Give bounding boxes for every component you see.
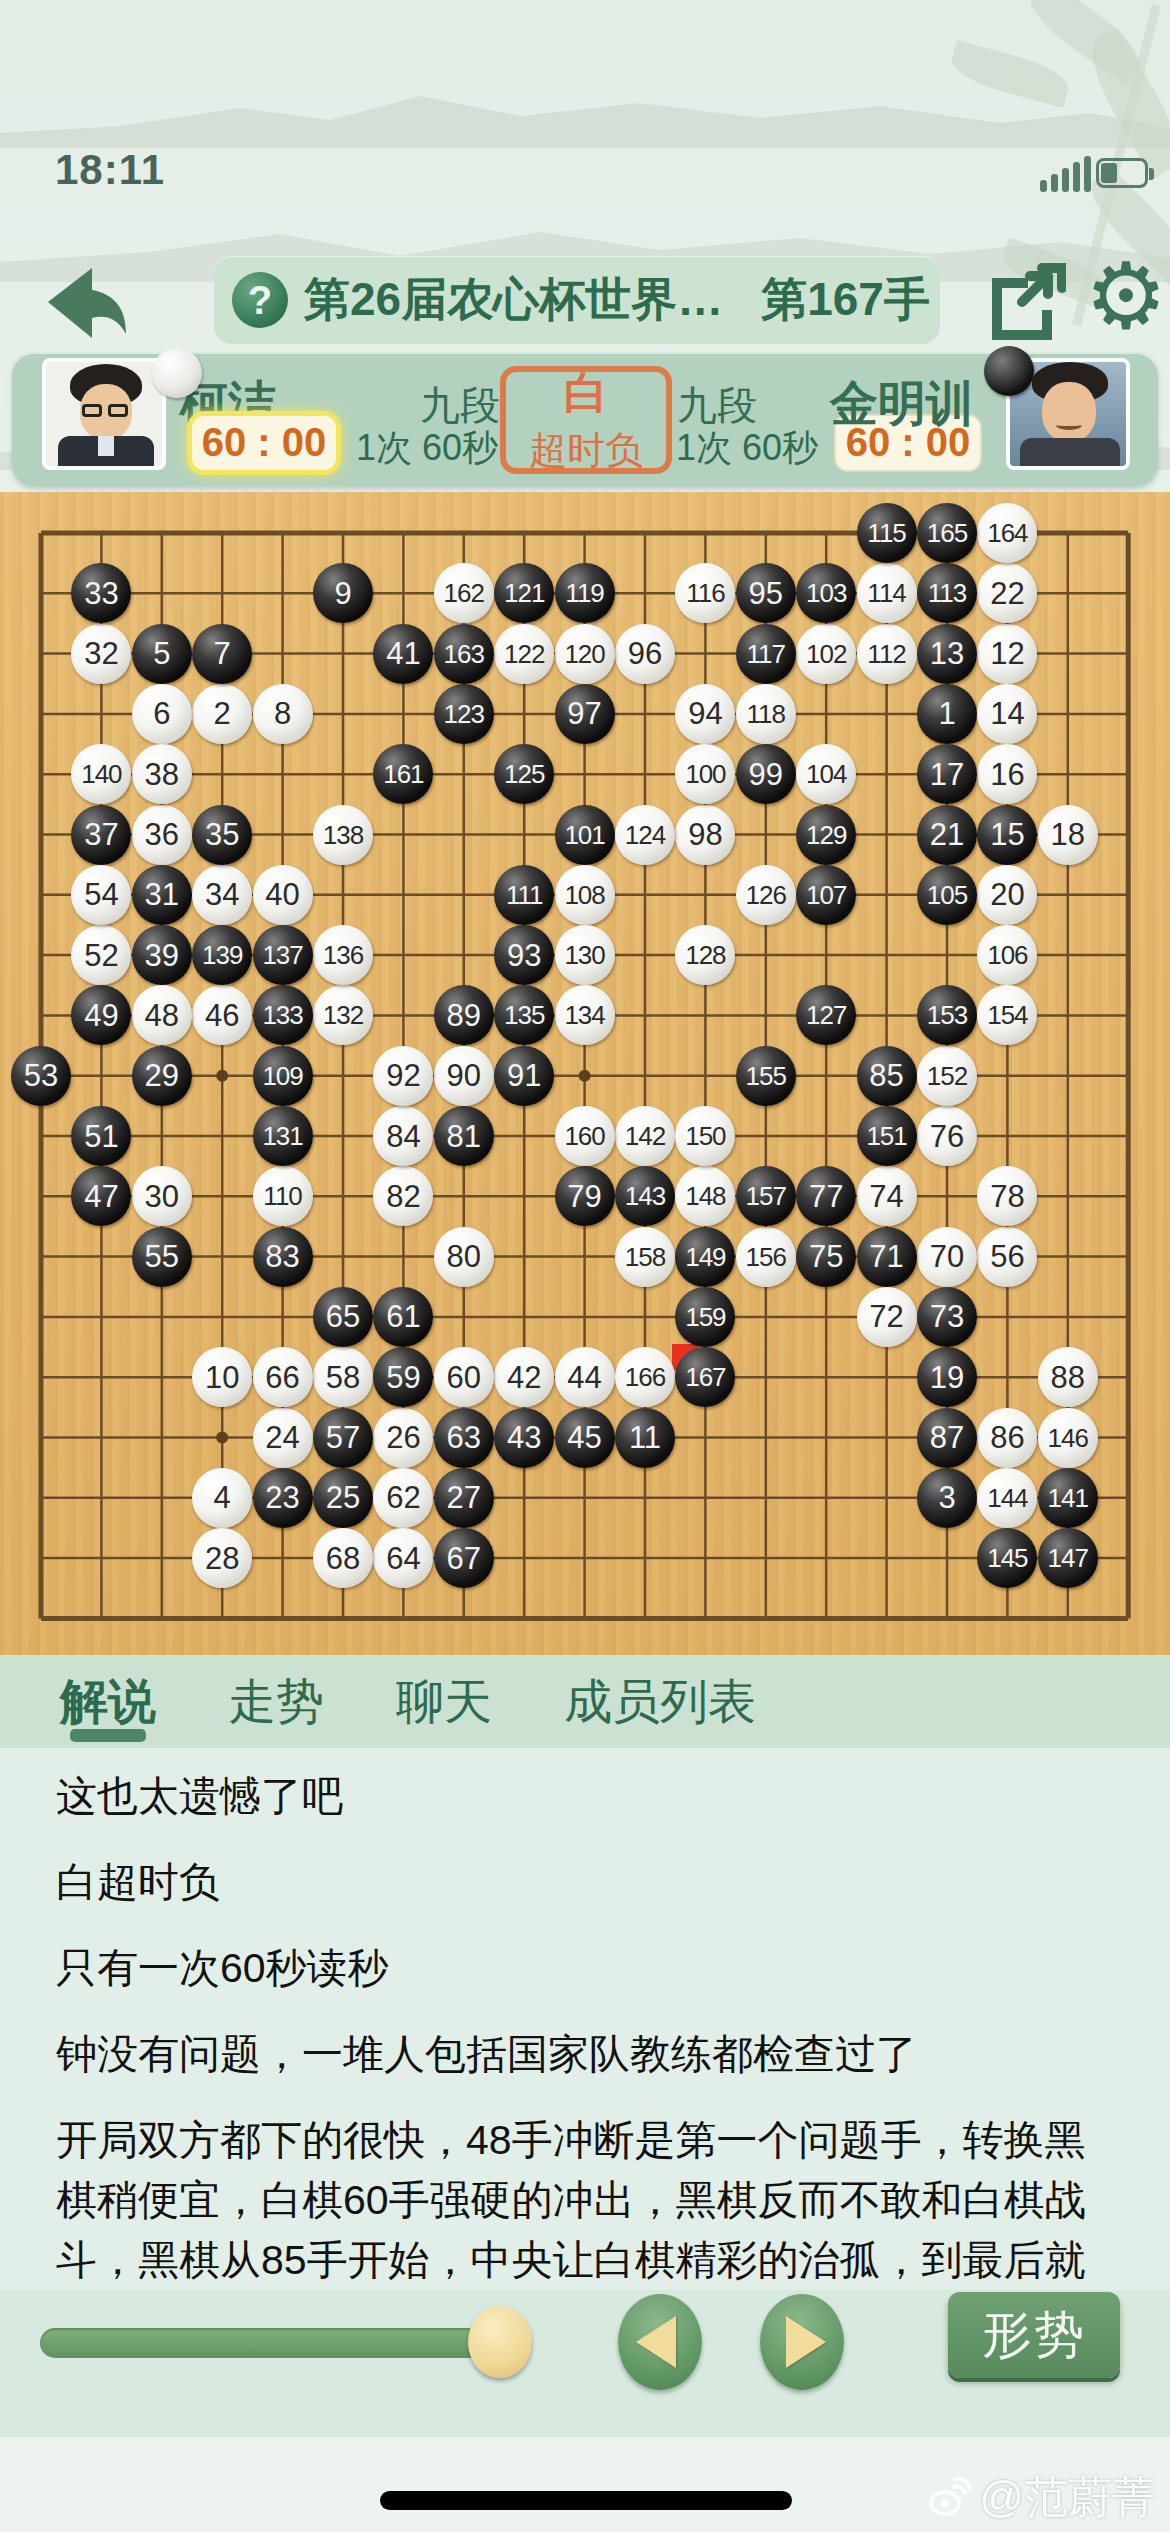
white-stone-142: 142 — [615, 1106, 675, 1166]
white-stone-122: 122 — [494, 624, 554, 684]
black-stone-63: 63 — [434, 1408, 494, 1468]
white-stone-badge — [152, 348, 202, 398]
black-stone-119: 119 — [555, 563, 615, 623]
black-stone-51: 51 — [71, 1106, 131, 1166]
game-title-pill[interactable]: ? 第26届农心杯世界… 第167手 — [214, 256, 940, 344]
black-stone-143: 143 — [615, 1166, 675, 1226]
tab-bar: 解说走势聊天成员列表 — [0, 1655, 1170, 1748]
status-time: 18:11 — [55, 146, 165, 194]
black-stone-3: 3 — [917, 1468, 977, 1528]
white-stone-58: 58 — [313, 1347, 373, 1407]
white-stone-102: 102 — [796, 624, 856, 684]
white-stone-24: 24 — [253, 1408, 313, 1468]
white-stone-44: 44 — [555, 1347, 615, 1407]
white-stone-164: 164 — [977, 503, 1037, 563]
black-stone-147: 147 — [1038, 1528, 1098, 1588]
white-stone-96: 96 — [615, 624, 675, 684]
black-stone-27: 27 — [434, 1468, 494, 1528]
black-stone-37: 37 — [71, 805, 131, 865]
black-stone-141: 141 — [1038, 1468, 1098, 1528]
black-stone-155: 155 — [736, 1046, 796, 1106]
black-stone-131: 131 — [253, 1106, 313, 1166]
black-stone-117: 117 — [736, 624, 796, 684]
black-stone-25: 25 — [313, 1468, 373, 1528]
black-stone-75: 75 — [796, 1227, 856, 1287]
white-stone-26: 26 — [373, 1408, 433, 1468]
white-stone-126: 126 — [736, 865, 796, 925]
weibo-icon — [925, 2475, 971, 2521]
black-stone-105: 105 — [917, 865, 977, 925]
black-stone-53: 53 — [11, 1046, 71, 1106]
white-stone-54: 54 — [71, 865, 131, 925]
white-stone-118: 118 — [736, 684, 796, 744]
black-stone-43: 43 — [494, 1408, 554, 1468]
white-stone-62: 62 — [373, 1468, 433, 1528]
black-stone-99: 99 — [736, 744, 796, 804]
white-stone-86: 86 — [977, 1408, 1037, 1468]
white-stone-40: 40 — [253, 865, 313, 925]
white-stone-130: 130 — [555, 925, 615, 985]
black-stone-1: 1 — [917, 684, 977, 744]
white-stone-10: 10 — [192, 1347, 252, 1407]
white-stone-60: 60 — [434, 1347, 494, 1407]
white-stone-146: 146 — [1038, 1408, 1098, 1468]
white-stone-12: 12 — [977, 624, 1037, 684]
go-board[interactable]: 1234567891011121314151617181920212223242… — [0, 492, 1170, 1655]
black-stone-157: 157 — [736, 1166, 796, 1226]
white-stone-90: 90 — [434, 1046, 494, 1106]
black-stone-67: 67 — [434, 1528, 494, 1588]
white-stone-36: 36 — [132, 805, 192, 865]
result-color: 白 — [564, 364, 608, 423]
white-stone-112: 112 — [857, 624, 917, 684]
white-stone-114: 114 — [857, 563, 917, 623]
black-stone-73: 73 — [917, 1287, 977, 1347]
white-stone-110: 110 — [253, 1166, 313, 1226]
watermark-text: @范蔚菁 — [979, 2468, 1156, 2527]
white-stone-88: 88 — [1038, 1347, 1098, 1407]
white-stone-108: 108 — [555, 865, 615, 925]
white-stone-32: 32 — [71, 624, 131, 684]
white-stone-4: 4 — [192, 1468, 252, 1528]
black-stone-85: 85 — [857, 1046, 917, 1106]
black-stone-123: 123 — [434, 684, 494, 744]
game-title: 第26届农心杯世界… — [304, 269, 723, 331]
controls-bar: 形势 — [0, 2290, 1170, 2437]
black-stone-133: 133 — [253, 985, 313, 1045]
black-stone-57: 57 — [313, 1408, 373, 1468]
byoyomi-right: 1次 60秒 — [676, 424, 818, 473]
white-stone-98: 98 — [675, 805, 735, 865]
black-stone-95: 95 — [736, 563, 796, 623]
black-stone-41: 41 — [373, 624, 433, 684]
comment-message: 开局双方都下的很快，48手冲断是第一个问题手，转换黑棋稍便宜，白棋60手强硬的冲… — [56, 2110, 1114, 2290]
black-stone-31: 31 — [132, 865, 192, 925]
black-stone-115: 115 — [857, 503, 917, 563]
white-stone-74: 74 — [857, 1166, 917, 1226]
black-stone-23: 23 — [253, 1468, 313, 1528]
black-stone-107: 107 — [796, 865, 856, 925]
back-button[interactable] — [34, 262, 130, 346]
bamboo-leaf-decor — [1020, 0, 1151, 85]
result-box: 白 超时负 — [500, 366, 672, 474]
black-stone-89: 89 — [434, 985, 494, 1045]
bamboo-leaf-decor — [1078, 27, 1170, 180]
white-stone-132: 132 — [313, 985, 373, 1045]
white-stone-124: 124 — [615, 805, 675, 865]
help-icon[interactable]: ? — [232, 272, 288, 328]
black-stone-17: 17 — [917, 744, 977, 804]
black-stone-165: 165 — [917, 503, 977, 563]
star-point — [579, 1070, 591, 1082]
black-stone-139: 139 — [192, 925, 252, 985]
clock-left: 60 : 00 — [192, 416, 336, 470]
comment-message: 只有一次60秒读秒 — [56, 1938, 1114, 1998]
comment-message: 白超时负 — [56, 1852, 1114, 1912]
comment-message: 钟没有问题，一堆人包括国家队教练都检查过了 — [56, 2024, 1114, 2084]
black-stone-19: 19 — [917, 1347, 977, 1407]
settings-gear-icon[interactable]: ⚙ — [1080, 250, 1170, 342]
white-stone-92: 92 — [373, 1046, 433, 1106]
black-stone-93: 93 — [494, 925, 554, 985]
tab-成员列表[interactable]: 成员列表 — [564, 1655, 756, 1748]
black-stone-21: 21 — [917, 805, 977, 865]
black-stone-61: 61 — [373, 1287, 433, 1347]
black-stone-79: 79 — [555, 1166, 615, 1226]
white-stone-30: 30 — [132, 1166, 192, 1226]
black-stone-39: 39 — [132, 925, 192, 985]
result-text: 超时负 — [529, 425, 643, 476]
white-stone-48: 48 — [132, 985, 192, 1045]
tab-聊天[interactable]: 聊天 — [396, 1655, 492, 1748]
player-name-right: 金明训 — [830, 372, 974, 436]
white-stone-72: 72 — [857, 1287, 917, 1347]
black-stone-109: 109 — [253, 1046, 313, 1106]
white-stone-104: 104 — [796, 744, 856, 804]
white-stone-76: 76 — [917, 1106, 977, 1166]
white-stone-156: 156 — [736, 1227, 796, 1287]
black-stone-101: 101 — [555, 805, 615, 865]
white-stone-120: 120 — [555, 624, 615, 684]
white-stone-6: 6 — [132, 684, 192, 744]
black-stone-71: 71 — [857, 1227, 917, 1287]
black-stone-163: 163 — [434, 624, 494, 684]
white-stone-56: 56 — [977, 1227, 1037, 1287]
black-stone-149: 149 — [675, 1227, 735, 1287]
player-bar: 柯洁 60 : 00 1次 60秒 九段 白 超时负 九段 1次 60秒 60 … — [12, 352, 1158, 486]
white-stone-136: 136 — [313, 925, 373, 985]
situation-button[interactable]: 形势 — [948, 2292, 1120, 2378]
home-indicator[interactable] — [380, 2491, 792, 2510]
black-stone-151: 151 — [857, 1106, 917, 1166]
black-stone-159: 159 — [675, 1287, 735, 1347]
move-counter: 第167手 — [761, 269, 930, 331]
battery-icon — [1096, 158, 1148, 188]
white-stone-160: 160 — [555, 1106, 615, 1166]
black-stone-125: 125 — [494, 744, 554, 804]
white-stone-138: 138 — [313, 805, 373, 865]
previous-move-button[interactable] — [618, 2294, 702, 2390]
app-screen: 18:11 ? 第26届农心杯世界… 第167手 ⚙ 柯洁 60 : 00 1次… — [0, 0, 1170, 2532]
next-move-button[interactable] — [760, 2294, 844, 2390]
black-stone-91: 91 — [494, 1046, 554, 1106]
comment-message: 这也太遗憾了吧 — [56, 1766, 1114, 1826]
move-slider-knob[interactable] — [468, 2306, 532, 2378]
white-stone-42: 42 — [494, 1347, 554, 1407]
black-stone-11: 11 — [615, 1408, 675, 1468]
watermark: @范蔚菁 — [925, 2468, 1156, 2527]
star-point — [216, 1432, 228, 1444]
move-slider-track[interactable] — [40, 2328, 532, 2358]
white-stone-14: 14 — [977, 684, 1037, 744]
signal-icon — [1040, 156, 1091, 192]
white-stone-2: 2 — [192, 684, 252, 744]
white-stone-20: 20 — [977, 865, 1037, 925]
white-stone-162: 162 — [434, 563, 494, 623]
black-stone-55: 55 — [132, 1227, 192, 1287]
commentary-panel: 这也太遗憾了吧白超时负只有一次60秒读秒钟没有问题，一堆人包括国家队教练都检查过… — [0, 1748, 1170, 2290]
white-stone-38: 38 — [132, 744, 192, 804]
white-stone-34: 34 — [192, 865, 252, 925]
rank-left: 九段 — [420, 378, 500, 433]
black-stone-87: 87 — [917, 1408, 977, 1468]
share-button[interactable] — [978, 258, 1066, 346]
white-stone-66: 66 — [253, 1347, 313, 1407]
black-stone-137: 137 — [253, 925, 313, 985]
white-stone-158: 158 — [615, 1227, 675, 1287]
white-stone-28: 28 — [192, 1528, 252, 1588]
white-stone-144: 144 — [977, 1468, 1037, 1528]
white-stone-80: 80 — [434, 1227, 494, 1287]
black-stone-7: 7 — [192, 624, 252, 684]
white-stone-70: 70 — [917, 1227, 977, 1287]
avatar-kejie — [42, 358, 166, 470]
white-stone-84: 84 — [373, 1106, 433, 1166]
black-stone-badge — [984, 346, 1034, 396]
star-point — [216, 1070, 228, 1082]
black-stone-35: 35 — [192, 805, 252, 865]
black-stone-9: 9 — [313, 563, 373, 623]
bamboo-leaf-decor — [947, 40, 1073, 108]
tab-走势[interactable]: 走势 — [228, 1655, 324, 1748]
white-stone-166: 166 — [615, 1347, 675, 1407]
white-stone-8: 8 — [253, 684, 313, 744]
black-stone-153: 153 — [917, 985, 977, 1045]
white-stone-134: 134 — [555, 985, 615, 1045]
black-stone-129: 129 — [796, 805, 856, 865]
black-stone-81: 81 — [434, 1106, 494, 1166]
white-stone-150: 150 — [675, 1106, 735, 1166]
black-stone-113: 113 — [917, 563, 977, 623]
white-stone-152: 152 — [917, 1046, 977, 1106]
black-stone-97: 97 — [555, 684, 615, 744]
black-stone-15: 15 — [977, 805, 1037, 865]
black-stone-83: 83 — [253, 1227, 313, 1287]
mountain-decor — [0, 78, 1170, 148]
tab-解说[interactable]: 解说 — [60, 1655, 156, 1748]
black-stone-65: 65 — [313, 1287, 373, 1347]
black-stone-29: 29 — [132, 1046, 192, 1106]
black-stone-13: 13 — [917, 624, 977, 684]
white-stone-18: 18 — [1038, 805, 1098, 865]
white-stone-94: 94 — [675, 684, 735, 744]
black-stone-45: 45 — [555, 1408, 615, 1468]
white-stone-68: 68 — [313, 1528, 373, 1588]
black-stone-111: 111 — [494, 865, 554, 925]
black-stone-5: 5 — [132, 624, 192, 684]
